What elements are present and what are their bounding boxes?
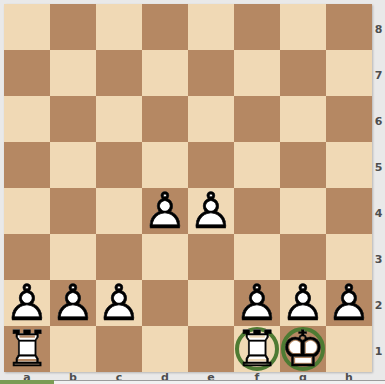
square-d6[interactable]: [142, 96, 188, 142]
square-c2[interactable]: ♟♙: [96, 280, 142, 326]
square-e3[interactable]: [188, 234, 234, 280]
white-pawn[interactable]: ♟♙: [188, 188, 234, 234]
rank-labels: 87654321: [372, 4, 385, 372]
square-c1[interactable]: [96, 326, 142, 372]
square-f8[interactable]: [234, 4, 280, 50]
white-pawn[interactable]: ♟♙: [142, 188, 188, 234]
white-pawn[interactable]: ♟♙: [326, 280, 372, 326]
rank-label-7: 7: [372, 50, 385, 96]
rank-label-8: 8: [372, 4, 385, 50]
rank-label-3: 3: [372, 234, 385, 280]
square-b1[interactable]: [50, 326, 96, 372]
rank-label-1: 1: [372, 326, 385, 372]
progress-track: [0, 380, 385, 384]
white-king[interactable]: ♚♔: [280, 326, 326, 372]
square-g6[interactable]: [280, 96, 326, 142]
square-d2[interactable]: [142, 280, 188, 326]
square-a5[interactable]: [4, 142, 50, 188]
square-h6[interactable]: [326, 96, 372, 142]
square-c4[interactable]: [96, 188, 142, 234]
rank-label-5: 5: [372, 142, 385, 188]
white-king-glyph-outline: ♔: [281, 324, 326, 374]
square-g5[interactable]: [280, 142, 326, 188]
square-b2[interactable]: ♟♙: [50, 280, 96, 326]
square-f5[interactable]: [234, 142, 280, 188]
white-rook[interactable]: ♜♖: [234, 326, 280, 372]
square-e4[interactable]: ♟♙: [188, 188, 234, 234]
white-pawn-glyph-outline: ♙: [97, 278, 142, 328]
white-pawn-glyph-outline: ♙: [327, 278, 372, 328]
square-h2[interactable]: ♟♙: [326, 280, 372, 326]
chess-board: ♟♙♟♙♟♙♟♙♟♙♟♙♟♙♟♙♜♖♜♖♚♔: [4, 4, 372, 372]
square-a7[interactable]: [4, 50, 50, 96]
white-pawn[interactable]: ♟♙: [50, 280, 96, 326]
white-rook[interactable]: ♜♖: [4, 326, 50, 372]
square-h1[interactable]: [326, 326, 372, 372]
square-b5[interactable]: [50, 142, 96, 188]
square-h7[interactable]: [326, 50, 372, 96]
square-d1[interactable]: [142, 326, 188, 372]
square-g8[interactable]: [280, 4, 326, 50]
square-b6[interactable]: [50, 96, 96, 142]
square-h5[interactable]: [326, 142, 372, 188]
square-f1[interactable]: ♜♖: [234, 326, 280, 372]
white-pawn-glyph-outline: ♙: [51, 278, 96, 328]
square-e6[interactable]: [188, 96, 234, 142]
square-b8[interactable]: [50, 4, 96, 50]
progress-fill: [0, 380, 54, 384]
square-f7[interactable]: [234, 50, 280, 96]
rank-label-2: 2: [372, 280, 385, 326]
white-pawn-glyph-outline: ♙: [143, 186, 188, 236]
square-h4[interactable]: [326, 188, 372, 234]
square-d7[interactable]: [142, 50, 188, 96]
square-b4[interactable]: [50, 188, 96, 234]
square-a8[interactable]: [4, 4, 50, 50]
square-g7[interactable]: [280, 50, 326, 96]
white-pawn[interactable]: ♟♙: [96, 280, 142, 326]
square-c5[interactable]: [96, 142, 142, 188]
square-f4[interactable]: [234, 188, 280, 234]
square-c6[interactable]: [96, 96, 142, 142]
square-a6[interactable]: [4, 96, 50, 142]
square-e1[interactable]: [188, 326, 234, 372]
square-a4[interactable]: [4, 188, 50, 234]
square-e2[interactable]: [188, 280, 234, 326]
square-f6[interactable]: [234, 96, 280, 142]
square-a1[interactable]: ♜♖: [4, 326, 50, 372]
square-c7[interactable]: [96, 50, 142, 96]
square-d8[interactable]: [142, 4, 188, 50]
square-g1[interactable]: ♚♔: [280, 326, 326, 372]
square-g4[interactable]: [280, 188, 326, 234]
rank-label-4: 4: [372, 188, 385, 234]
square-e8[interactable]: [188, 4, 234, 50]
square-b7[interactable]: [50, 50, 96, 96]
chess-board-app: ♟♙♟♙♟♙♟♙♟♙♟♙♟♙♟♙♜♖♜♖♚♔ 87654321 abcdefgh: [0, 0, 385, 384]
square-h8[interactable]: [326, 4, 372, 50]
rank-label-6: 6: [372, 96, 385, 142]
square-d4[interactable]: ♟♙: [142, 188, 188, 234]
white-rook-glyph-outline: ♖: [5, 324, 50, 374]
white-rook-glyph-outline: ♖: [235, 324, 280, 374]
square-e7[interactable]: [188, 50, 234, 96]
square-d3[interactable]: [142, 234, 188, 280]
white-pawn-glyph-outline: ♙: [189, 186, 234, 236]
square-c8[interactable]: [96, 4, 142, 50]
